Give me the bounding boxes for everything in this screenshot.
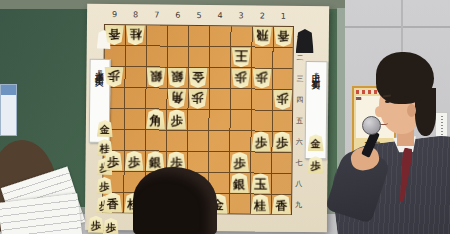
- piece-kanji: 玉: [254, 177, 267, 190]
- piece-香-91: 香: [105, 24, 124, 44]
- piece-kanji: 歩: [310, 161, 320, 171]
- piece-kanji: 金: [192, 70, 204, 82]
- piece-歩-37: 歩: [230, 152, 249, 172]
- piece-kanji: 歩: [106, 222, 116, 232]
- file-label-7: 7: [146, 10, 167, 19]
- gote-piece-marker-icon: [296, 29, 314, 53]
- audience-head-center: [133, 167, 217, 234]
- piece-kanji: 桂: [254, 199, 266, 211]
- piece-kanji: 歩: [128, 156, 140, 168]
- piece-kanji: 香: [107, 197, 119, 209]
- piece-kanji: 銀: [233, 178, 245, 190]
- file-label-4: 4: [210, 11, 231, 20]
- piece-kanji: 王: [234, 49, 247, 62]
- file-labels: 987654321: [104, 10, 294, 25]
- piece-香-99: 香: [103, 192, 122, 212]
- piece-kanji: 歩: [234, 71, 246, 83]
- piece-kanji: 歩: [276, 92, 288, 104]
- piece-歩-97: 歩: [103, 150, 122, 170]
- piece-歩-23: 歩: [252, 68, 271, 88]
- piece-歩-65: 歩: [167, 109, 186, 129]
- piece-歩-26: 歩: [251, 131, 270, 151]
- calendar-day: 31: [356, 96, 361, 102]
- rank-labels: 一二三四五六七八九: [292, 26, 306, 215]
- piece-kanji: 金: [311, 139, 321, 149]
- piece-金-53: 金: [189, 67, 208, 87]
- piece-kanji: 歩: [91, 220, 101, 230]
- rank-label-2: 二: [296, 53, 305, 63]
- poster: [0, 84, 17, 136]
- piece-歩-33: 歩: [231, 68, 250, 88]
- piece-kanji: 桂: [129, 28, 141, 40]
- piece-kanji: 歩: [256, 71, 268, 83]
- piece-kanji: 飛: [256, 29, 268, 41]
- piece-桂-81: 桂: [126, 25, 145, 45]
- rank-label-9: 九: [294, 200, 303, 210]
- rank-label-6: 六: [295, 137, 304, 147]
- piece-kanji: 銀: [150, 70, 162, 82]
- piece-kanji: 歩: [171, 114, 183, 126]
- piece-kanji: 銀: [149, 156, 161, 168]
- piece-歩-54: 歩: [188, 88, 207, 108]
- rank-label-3: 三: [295, 74, 304, 84]
- file-label-3: 3: [231, 11, 252, 20]
- microphone-head: [362, 116, 381, 135]
- captured-left-歩: 歩: [88, 216, 104, 233]
- piece-銀-38: 銀: [230, 173, 249, 193]
- captured-right-金: 金: [308, 134, 324, 151]
- captured-pieces-right: 金歩: [306, 134, 327, 184]
- piece-歩-16: 歩: [272, 131, 291, 151]
- piece-玉-28: 玉: [251, 173, 270, 193]
- captured-left-歩: 歩: [103, 218, 119, 234]
- piece-kanji: 香: [275, 199, 287, 211]
- piece-kanji: 角: [171, 91, 183, 103]
- piece-kanji: 香: [108, 27, 120, 39]
- piece-歩-14: 歩: [273, 89, 292, 109]
- photo-shogi-commentary-scene: 1234567891011121314151617181920212223242…: [0, 0, 450, 234]
- piece-角-64: 角: [167, 88, 186, 108]
- rank-label-8: 八: [294, 179, 303, 189]
- rank-label-7: 七: [294, 158, 303, 168]
- file-label-9: 9: [104, 10, 125, 19]
- file-label-8: 8: [125, 10, 146, 19]
- rank-label-4: 四: [295, 95, 304, 105]
- piece-銀-63: 銀: [168, 67, 187, 87]
- piece-kanji: 歩: [192, 91, 204, 103]
- file-label-6: 6: [167, 11, 188, 20]
- piece-香-11: 香: [274, 26, 293, 46]
- piece-kanji: 歩: [107, 155, 119, 167]
- piece-香-19: 香: [272, 194, 291, 214]
- piece-kanji: 歩: [108, 69, 120, 81]
- piece-kanji: 香: [277, 29, 289, 41]
- player-right-name: 上田 初美: [310, 66, 322, 74]
- piece-歩-87: 歩: [125, 151, 144, 171]
- poster-header: [1, 85, 16, 95]
- piece-kanji: 銀: [171, 70, 183, 82]
- file-label-2: 2: [252, 11, 273, 20]
- presenter-eye: [385, 100, 390, 103]
- piece-kanji: 歩: [234, 157, 246, 169]
- piece-kanji: 角: [150, 114, 162, 126]
- wall-seam: [345, 26, 450, 28]
- rank-label-5: 五: [295, 116, 304, 126]
- piece-kanji: 歩: [276, 136, 288, 148]
- file-label-5: 5: [188, 11, 209, 20]
- piece-銀-73: 銀: [147, 67, 166, 87]
- piece-kanji: 歩: [255, 136, 267, 148]
- piece-王-32: 王: [231, 47, 250, 67]
- piece-角-75: 角: [146, 109, 165, 129]
- piece-桂-29: 桂: [251, 194, 270, 214]
- piece-飛-21: 飛: [252, 26, 271, 46]
- presenter-ear: [407, 104, 416, 117]
- file-label-1: 1: [273, 12, 294, 21]
- piece-歩-93: 歩: [104, 66, 123, 86]
- captured-right-歩: 歩: [307, 156, 323, 173]
